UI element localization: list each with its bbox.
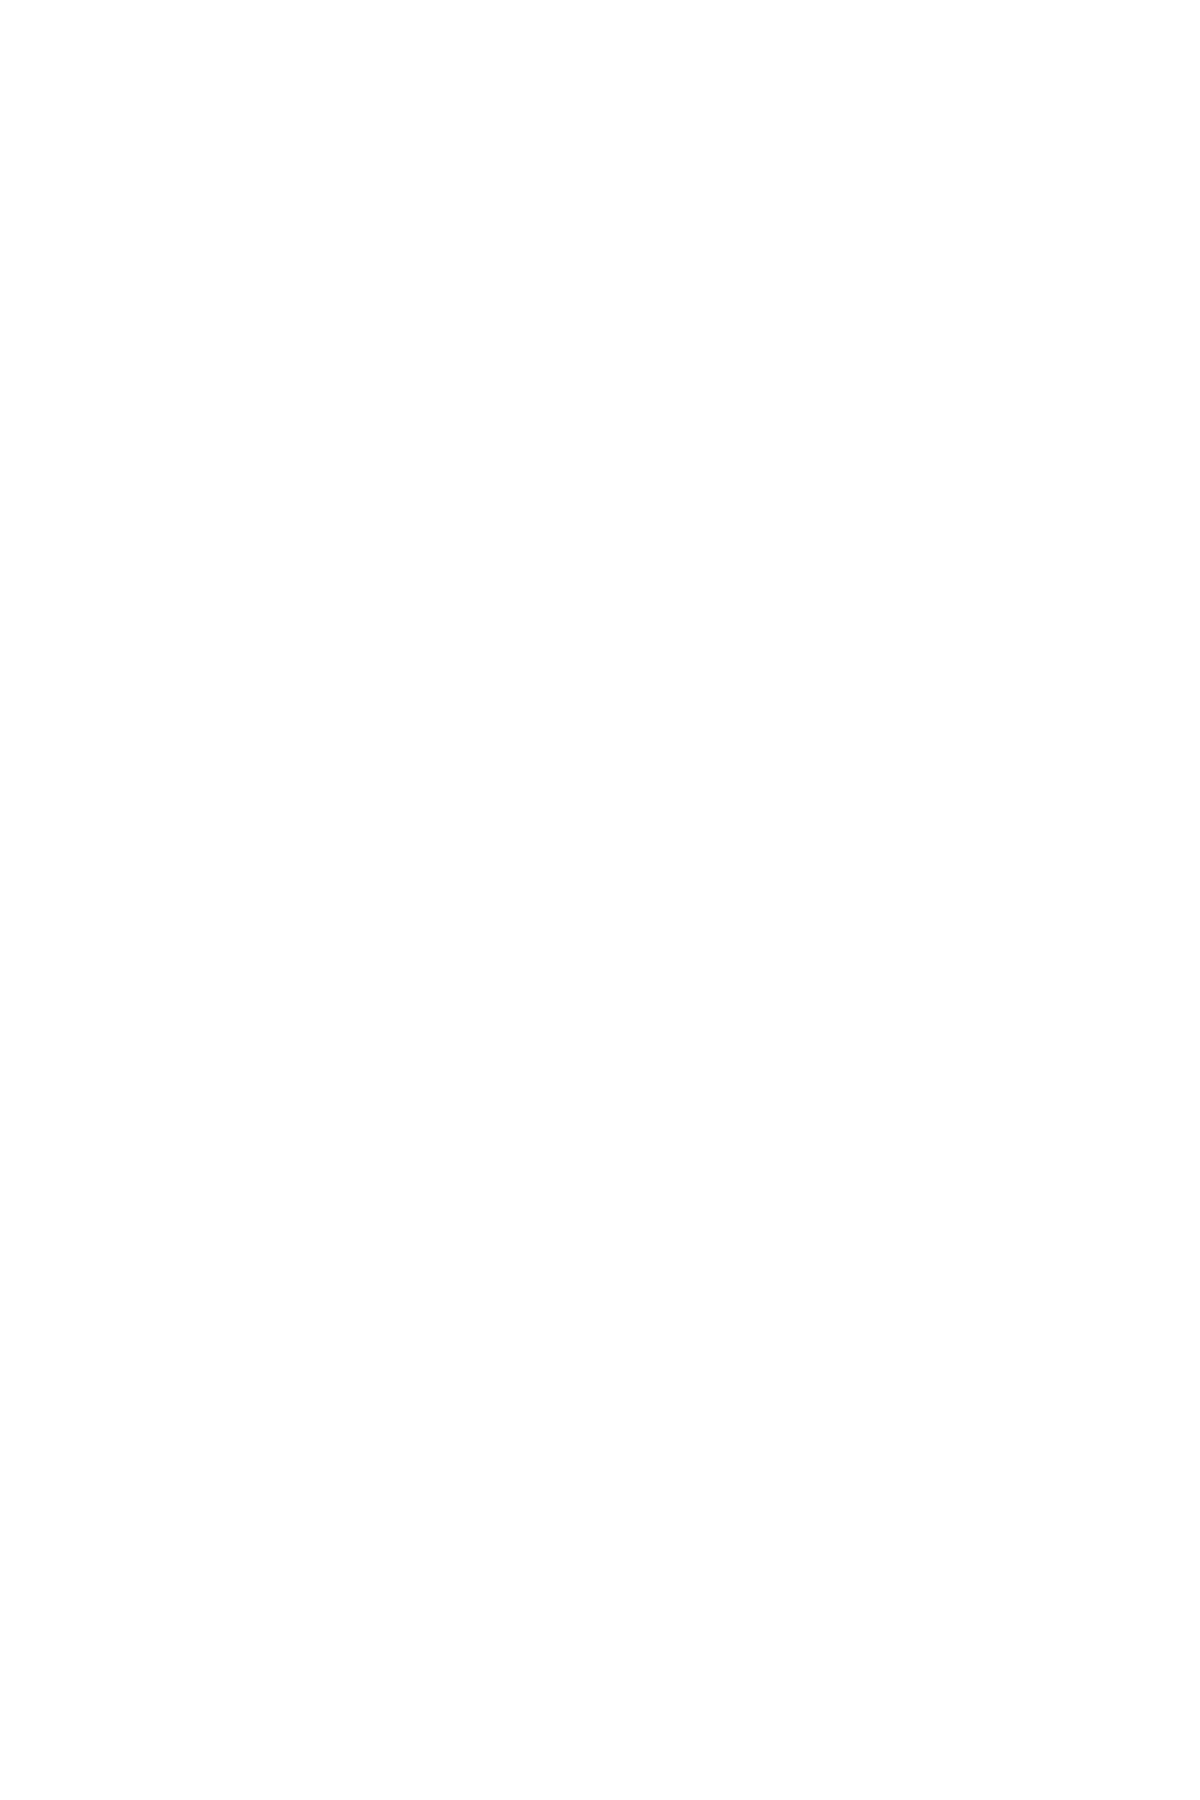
chess-box-illustration: [0, 0, 1200, 1800]
product-photo-scene: [0, 0, 1200, 1800]
